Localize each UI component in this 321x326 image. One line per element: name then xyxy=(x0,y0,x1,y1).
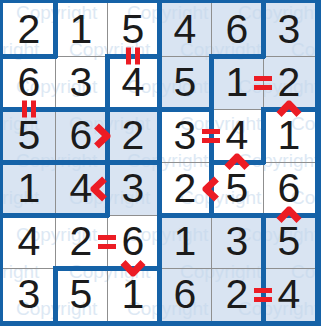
region-border-vertical xyxy=(53,1,58,58)
region-border-horizontal xyxy=(105,107,161,112)
cell-digit: 4 xyxy=(174,9,197,50)
cell-digit: 3 xyxy=(278,9,301,50)
region-border-vertical xyxy=(53,266,58,323)
cell-r5c4[interactable]: 1 xyxy=(159,215,211,268)
cell-digit: 3 xyxy=(226,221,249,262)
region-border-horizontal xyxy=(1,213,57,218)
cell-digit: 3 xyxy=(70,62,93,103)
region-border-vertical xyxy=(261,213,266,270)
cell-digit: 2 xyxy=(70,221,93,262)
cell-r6c2[interactable]: 5 xyxy=(55,268,107,321)
cell-digit: 3 xyxy=(18,274,41,315)
region-border-horizontal xyxy=(1,160,57,165)
equals-marker xyxy=(126,48,140,65)
region-border-vertical xyxy=(157,160,162,217)
cell-digit: 6 xyxy=(174,274,197,315)
cell-digit: 5 xyxy=(70,274,93,315)
equals-marker xyxy=(254,288,272,302)
region-border-vertical xyxy=(261,107,266,164)
cell-digit: 1 xyxy=(122,274,145,315)
cell-digit: 1 xyxy=(18,168,41,209)
region-border-horizontal xyxy=(157,213,213,218)
region-border-vertical xyxy=(157,1,162,58)
cell-digit: 2 xyxy=(18,9,41,50)
cell-digit: 4 xyxy=(18,221,41,262)
board-frame-bottom xyxy=(0,321,321,326)
chevron-left-icon xyxy=(91,176,108,202)
equals-marker xyxy=(22,101,36,118)
region-border-horizontal xyxy=(53,266,109,271)
region-border-horizontal xyxy=(1,54,57,59)
region-border-vertical xyxy=(105,54,110,111)
cell-digit: 1 xyxy=(174,221,197,262)
chevron-up-icon xyxy=(276,101,302,118)
cell-r5c5[interactable]: 3 xyxy=(211,215,263,268)
cell-r4c1[interactable]: 1 xyxy=(3,162,55,215)
cell-r4c3[interactable]: 3 xyxy=(107,162,159,215)
cell-digit: 4 xyxy=(70,168,93,209)
cell-digit: 1 xyxy=(226,62,249,103)
cell-digit: 3 xyxy=(174,115,197,156)
cell-r6c1[interactable]: 3 xyxy=(3,268,55,321)
cell-digit: 1 xyxy=(70,9,93,50)
cell-r2c4[interactable]: 5 xyxy=(159,56,211,109)
region-border-vertical xyxy=(157,54,162,111)
cell-digit: 5 xyxy=(18,115,41,156)
cell-digit: 4 xyxy=(278,274,301,315)
cell-r2c2[interactable]: 3 xyxy=(55,56,107,109)
cell-digit: 2 xyxy=(226,274,249,315)
cell-digit: 5 xyxy=(122,9,145,50)
region-border-horizontal xyxy=(53,213,109,218)
cell-r1c6[interactable]: 3 xyxy=(263,3,315,56)
chevron-down-icon xyxy=(120,260,146,277)
board-frame-left xyxy=(0,0,3,326)
region-border-vertical xyxy=(209,54,214,111)
cell-digit: 4 xyxy=(226,115,249,156)
board-frame-right xyxy=(315,0,321,326)
cell-r1c5[interactable]: 6 xyxy=(211,3,263,56)
cell-digit: 1 xyxy=(278,115,301,156)
region-border-horizontal xyxy=(53,107,109,112)
cell-digit: 6 xyxy=(18,62,41,103)
region-border-vertical xyxy=(157,213,162,270)
cell-digit: 6 xyxy=(122,221,145,262)
cell-r1c2[interactable]: 1 xyxy=(55,3,107,56)
region-border-horizontal xyxy=(105,160,161,165)
region-border-vertical xyxy=(157,266,162,323)
comparison-sudoku-board: CopyrightCopyrightCopyrightCopyrightCopy… xyxy=(0,0,321,326)
cell-digit: 5 xyxy=(174,62,197,103)
region-border-horizontal xyxy=(157,107,213,112)
cell-digit: 5 xyxy=(278,221,301,262)
cell-digit: 2 xyxy=(122,115,145,156)
cell-digit: 6 xyxy=(226,9,249,50)
region-border-horizontal xyxy=(209,54,265,59)
cell-digit: 6 xyxy=(70,115,93,156)
region-border-vertical xyxy=(157,107,162,164)
cell-digit: 2 xyxy=(278,62,301,103)
equals-marker xyxy=(98,235,116,249)
equals-marker xyxy=(254,76,272,90)
cell-digit: 5 xyxy=(226,168,249,209)
region-border-horizontal xyxy=(53,160,109,165)
cell-digit: 6 xyxy=(278,168,301,209)
chevron-up-icon xyxy=(276,207,302,224)
cell-r6c4[interactable]: 6 xyxy=(159,268,211,321)
region-border-horizontal xyxy=(209,213,265,218)
board-frame-top xyxy=(0,0,321,3)
cell-r1c4[interactable]: 4 xyxy=(159,3,211,56)
equals-marker xyxy=(202,129,220,143)
chevron-right-icon xyxy=(94,123,111,149)
cell-r1c1[interactable]: 2 xyxy=(3,3,55,56)
cell-digit: 3 xyxy=(122,168,145,209)
cell-digit: 4 xyxy=(122,62,145,103)
chevron-left-icon xyxy=(203,176,220,202)
cell-digit: 2 xyxy=(174,168,197,209)
chevron-up-icon xyxy=(224,154,250,171)
cell-r3c3[interactable]: 2 xyxy=(107,109,159,162)
cell-r5c1[interactable]: 4 xyxy=(3,215,55,268)
region-border-vertical xyxy=(261,1,266,58)
